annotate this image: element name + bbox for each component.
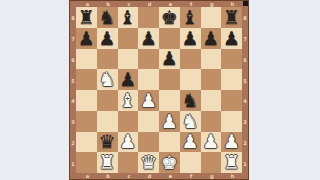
square-f2[interactable]: ♟︎	[180, 132, 201, 153]
file-label-e: e	[160, 173, 181, 179]
square-h1[interactable]: ♜︎	[221, 152, 242, 173]
square-f4[interactable]: ♞︎	[180, 90, 201, 111]
piece-white-pawn: ♟︎	[182, 132, 199, 151]
rank-label-7: 7	[242, 29, 248, 50]
square-b4[interactable]	[97, 90, 118, 111]
file-label-f: f	[181, 173, 202, 179]
piece-black-bishop: ♝︎	[182, 7, 199, 26]
square-e7[interactable]	[159, 28, 180, 49]
rank-label-4: 4	[242, 91, 248, 112]
rank-label-3: 3	[242, 112, 248, 133]
piece-white-knight: ♞︎	[99, 70, 116, 89]
piece-black-queen: ♛︎	[99, 132, 116, 151]
piece-black-pawn: ♟︎	[99, 28, 116, 47]
square-e5[interactable]	[159, 69, 180, 90]
square-a3[interactable]	[76, 111, 97, 132]
square-f1[interactable]	[180, 152, 201, 173]
file-label-d: d	[139, 173, 160, 179]
square-g5[interactable]	[201, 69, 222, 90]
piece-white-bishop: ♝︎	[119, 90, 136, 109]
file-labels-bottom: abcdefgh	[77, 173, 243, 179]
square-f5[interactable]	[180, 69, 201, 90]
square-b7[interactable]: ♟︎	[97, 28, 118, 49]
square-a5[interactable]	[76, 69, 97, 90]
piece-white-rook: ♜︎	[99, 153, 116, 172]
square-d1[interactable]: ♛︎	[138, 152, 159, 173]
square-c1[interactable]	[118, 152, 139, 173]
square-g4[interactable]	[201, 90, 222, 111]
rank-label-6: 6	[242, 50, 248, 71]
chess-board: abcdefgh abcdefgh 87654321 87654321 ♜︎♞︎…	[69, 0, 249, 180]
square-c5[interactable]: ♟︎	[118, 69, 139, 90]
piece-black-pawn: ♟︎	[202, 28, 219, 47]
square-g6[interactable]	[201, 49, 222, 70]
rank-label-8: 8	[242, 8, 248, 29]
piece-white-pawn: ♟︎	[140, 90, 157, 109]
square-d7[interactable]: ♟︎	[138, 28, 159, 49]
board-grid: ♜︎♞︎♝︎♚︎♝︎♜︎♟︎♟︎♟︎♟︎♟︎♟︎♟︎♞︎♟︎♝︎♟︎♞︎♟︎♞︎…	[76, 7, 242, 173]
square-b2[interactable]: ♛︎	[97, 132, 118, 153]
square-h2[interactable]: ♟︎	[221, 132, 242, 153]
square-b3[interactable]	[97, 111, 118, 132]
piece-black-pawn: ♟︎	[182, 28, 199, 47]
file-label-h: h	[222, 173, 243, 179]
rank-label-2: 2	[242, 133, 248, 154]
square-e1[interactable]: ♚︎	[159, 152, 180, 173]
square-h3[interactable]	[221, 111, 242, 132]
piece-white-knight: ♞︎	[182, 111, 199, 130]
square-c3[interactable]	[118, 111, 139, 132]
square-a7[interactable]: ♟︎	[76, 28, 97, 49]
rank-label-1: 1	[242, 153, 248, 174]
piece-black-rook: ♜︎	[78, 7, 95, 26]
square-c8[interactable]: ♝︎	[118, 7, 139, 28]
black-to-move-indicator	[243, 1, 248, 6]
file-label-c: c	[119, 173, 140, 179]
square-d5[interactable]	[138, 69, 159, 90]
piece-white-queen: ♛︎	[140, 153, 157, 172]
piece-white-king: ♚︎	[161, 153, 178, 172]
rank-labels-right: 87654321	[242, 8, 248, 174]
square-c2[interactable]: ♟︎	[118, 132, 139, 153]
square-e3[interactable]: ♟︎	[159, 111, 180, 132]
square-g3[interactable]	[201, 111, 222, 132]
piece-black-pawn: ♟︎	[140, 28, 157, 47]
square-c7[interactable]	[118, 28, 139, 49]
piece-black-rook: ♜︎	[223, 7, 240, 26]
piece-white-pawn: ♟︎	[119, 132, 136, 151]
piece-black-king: ♚︎	[161, 7, 178, 26]
square-f6[interactable]	[180, 49, 201, 70]
square-d3[interactable]	[138, 111, 159, 132]
piece-black-pawn: ♟︎	[223, 28, 240, 47]
square-c6[interactable]	[118, 49, 139, 70]
piece-white-pawn: ♟︎	[223, 132, 240, 151]
square-g8[interactable]	[201, 7, 222, 28]
square-e2[interactable]	[159, 132, 180, 153]
square-f8[interactable]: ♝︎	[180, 7, 201, 28]
square-b5[interactable]: ♞︎	[97, 69, 118, 90]
piece-white-pawn: ♟︎	[161, 111, 178, 130]
square-c4[interactable]: ♝︎	[118, 90, 139, 111]
square-a2[interactable]	[76, 132, 97, 153]
square-b6[interactable]	[97, 49, 118, 70]
piece-white-pawn: ♟︎	[202, 132, 219, 151]
piece-black-pawn: ♟︎	[78, 28, 95, 47]
piece-black-pawn: ♟︎	[161, 49, 178, 68]
rank-label-5: 5	[242, 70, 248, 91]
square-d2[interactable]	[138, 132, 159, 153]
square-a1[interactable]	[76, 152, 97, 173]
square-h8[interactable]: ♜︎	[221, 7, 242, 28]
square-e4[interactable]	[159, 90, 180, 111]
square-h4[interactable]	[221, 90, 242, 111]
square-h5[interactable]	[221, 69, 242, 90]
square-h6[interactable]	[221, 49, 242, 70]
square-e8[interactable]: ♚︎	[159, 7, 180, 28]
piece-white-rook: ♜︎	[223, 153, 240, 172]
square-d4[interactable]: ♟︎	[138, 90, 159, 111]
square-g7[interactable]: ♟︎	[201, 28, 222, 49]
piece-black-knight: ♞︎	[182, 90, 199, 109]
file-label-b: b	[98, 173, 119, 179]
square-b1[interactable]: ♜︎	[97, 152, 118, 173]
square-g2[interactable]: ♟︎	[201, 132, 222, 153]
square-f3[interactable]: ♞︎	[180, 111, 201, 132]
file-label-g: g	[202, 173, 223, 179]
piece-black-bishop: ♝︎	[119, 7, 136, 26]
file-label-a: a	[77, 173, 98, 179]
square-g1[interactable]	[201, 152, 222, 173]
square-d6[interactable]	[138, 49, 159, 70]
square-a4[interactable]	[76, 90, 97, 111]
piece-black-knight: ♞︎	[99, 7, 116, 26]
square-f7[interactable]: ♟︎	[180, 28, 201, 49]
square-b8[interactable]: ♞︎	[97, 7, 118, 28]
square-e6[interactable]: ♟︎	[159, 49, 180, 70]
square-a8[interactable]: ♜︎	[76, 7, 97, 28]
square-d8[interactable]	[138, 7, 159, 28]
piece-black-pawn: ♟︎	[119, 70, 136, 89]
square-a6[interactable]	[76, 49, 97, 70]
square-h7[interactable]: ♟︎	[221, 28, 242, 49]
